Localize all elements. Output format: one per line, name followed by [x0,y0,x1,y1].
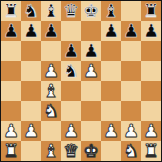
piece-black-pawn[interactable]: ♟ [23,21,39,41]
square-f1[interactable] [101,141,121,161]
square-g5[interactable] [121,61,141,81]
piece-white-pawn[interactable]: ♟ [143,121,159,141]
square-e4[interactable] [81,81,101,101]
square-f2[interactable]: ♟ [101,121,121,141]
square-c4[interactable]: ♝ [41,81,61,101]
square-h6[interactable] [141,41,161,61]
piece-black-rook[interactable]: ♜ [143,1,159,21]
square-e2[interactable] [81,121,101,141]
square-h1[interactable]: ♜ [141,141,161,161]
square-b5[interactable] [21,61,41,81]
square-h7[interactable]: ♟ [141,21,161,41]
piece-white-pawn[interactable]: ♟ [103,121,119,141]
piece-black-pawn[interactable]: ♟ [3,21,19,41]
piece-black-bishop[interactable]: ♝ [103,1,119,21]
piece-white-bishop[interactable]: ♝ [43,81,59,101]
piece-black-bishop[interactable]: ♝ [43,1,59,21]
square-b2[interactable]: ♟ [21,121,41,141]
square-a5[interactable] [1,61,21,81]
piece-white-pawn[interactable]: ♟ [3,121,19,141]
piece-black-pawn[interactable]: ♟ [63,41,79,61]
piece-white-pawn[interactable]: ♟ [83,61,99,81]
square-g1[interactable]: ♞ [121,141,141,161]
square-h2[interactable]: ♟ [141,121,161,141]
piece-black-rook[interactable]: ♜ [3,1,19,21]
square-d7[interactable] [61,21,81,41]
piece-black-knight[interactable]: ♞ [63,61,79,81]
piece-white-pawn[interactable]: ♟ [43,61,59,81]
square-h8[interactable]: ♜ [141,1,161,21]
square-e7[interactable] [81,21,101,41]
square-b3[interactable] [21,101,41,121]
chess-board-frame: ♜♞♝♛♚♝♜♟♟♟♟♟♟♟♟♟♞♟♝♞♟♟♟♟♟♟♜♝♛♚♞♜ [0,0,162,162]
piece-white-king[interactable]: ♚ [83,141,99,161]
square-b4[interactable] [21,81,41,101]
square-g3[interactable] [121,101,141,121]
square-c5[interactable]: ♟ [41,61,61,81]
square-g7[interactable]: ♟ [121,21,141,41]
square-c6[interactable] [41,41,61,61]
square-a7[interactable]: ♟ [1,21,21,41]
piece-black-knight[interactable]: ♞ [23,1,39,21]
piece-black-pawn[interactable]: ♟ [43,21,59,41]
square-f7[interactable]: ♟ [101,21,121,41]
square-g4[interactable] [121,81,141,101]
square-f6[interactable] [101,41,121,61]
square-a4[interactable] [1,81,21,101]
square-f5[interactable] [101,61,121,81]
square-b1[interactable] [21,141,41,161]
square-g6[interactable] [121,41,141,61]
square-e5[interactable]: ♟ [81,61,101,81]
piece-white-pawn[interactable]: ♟ [63,121,79,141]
square-d8[interactable]: ♛ [61,1,81,21]
square-h3[interactable] [141,101,161,121]
square-f3[interactable] [101,101,121,121]
square-c2[interactable] [41,121,61,141]
square-c3[interactable]: ♞ [41,101,61,121]
square-b6[interactable] [21,41,41,61]
piece-black-pawn[interactable]: ♟ [143,21,159,41]
square-d1[interactable]: ♛ [61,141,81,161]
square-b7[interactable]: ♟ [21,21,41,41]
square-h5[interactable] [141,61,161,81]
piece-white-rook[interactable]: ♜ [3,141,19,161]
square-d5[interactable]: ♞ [61,61,81,81]
square-a3[interactable] [1,101,21,121]
square-e3[interactable] [81,101,101,121]
square-d6[interactable]: ♟ [61,41,81,61]
square-b8[interactable]: ♞ [21,1,41,21]
square-a2[interactable]: ♟ [1,121,21,141]
square-d2[interactable]: ♟ [61,121,81,141]
square-e6[interactable]: ♟ [81,41,101,61]
piece-black-queen[interactable]: ♛ [63,1,79,21]
piece-white-pawn[interactable]: ♟ [123,121,139,141]
square-f4[interactable] [101,81,121,101]
square-g2[interactable]: ♟ [121,121,141,141]
square-e8[interactable]: ♚ [81,1,101,21]
piece-black-pawn[interactable]: ♟ [83,41,99,61]
square-c7[interactable]: ♟ [41,21,61,41]
piece-black-pawn[interactable]: ♟ [123,21,139,41]
square-g8[interactable] [121,1,141,21]
square-a6[interactable] [1,41,21,61]
square-h4[interactable] [141,81,161,101]
square-c8[interactable]: ♝ [41,1,61,21]
square-e1[interactable]: ♚ [81,141,101,161]
piece-white-rook[interactable]: ♜ [143,141,159,161]
piece-black-king[interactable]: ♚ [83,1,99,21]
piece-white-knight[interactable]: ♞ [123,141,139,161]
piece-white-pawn[interactable]: ♟ [23,121,39,141]
piece-white-knight[interactable]: ♞ [43,101,59,121]
square-d3[interactable] [61,101,81,121]
piece-black-pawn[interactable]: ♟ [103,21,119,41]
square-f8[interactable]: ♝ [101,1,121,21]
square-a8[interactable]: ♜ [1,1,21,21]
square-d4[interactable] [61,81,81,101]
square-c1[interactable]: ♝ [41,141,61,161]
piece-white-queen[interactable]: ♛ [63,141,79,161]
square-a1[interactable]: ♜ [1,141,21,161]
chess-board[interactable]: ♜♞♝♛♚♝♜♟♟♟♟♟♟♟♟♟♞♟♝♞♟♟♟♟♟♟♜♝♛♚♞♜ [1,1,161,161]
piece-white-bishop[interactable]: ♝ [43,141,59,161]
